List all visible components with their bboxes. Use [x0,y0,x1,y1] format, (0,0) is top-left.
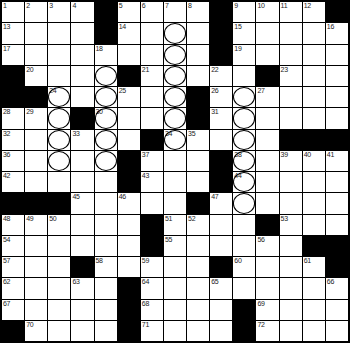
clue-number: 15 [234,23,241,31]
white-cell[interactable]: 54 [2,236,24,256]
white-cell[interactable] [71,172,93,192]
black-cell [326,257,348,277]
white-cell[interactable]: 25 [118,87,140,107]
white-cell[interactable] [95,193,117,213]
white-cell[interactable] [187,45,209,65]
white-cell[interactable] [303,108,325,128]
clue-number: 63 [72,278,79,286]
black-cell [210,23,232,43]
white-cell[interactable]: 69 [256,300,278,320]
black-cell [256,215,278,235]
circled-cell[interactable] [164,66,186,86]
white-cell[interactable]: 71 [141,321,163,341]
clue-number: 7 [165,2,169,10]
black-cell [71,108,93,128]
white-cell[interactable] [187,23,209,43]
white-cell[interactable]: 66 [326,278,348,298]
white-cell[interactable] [141,23,163,43]
white-cell[interactable] [25,130,47,150]
white-cell[interactable] [326,172,348,192]
white-cell[interactable]: 67 [2,300,24,320]
clue-number: 16 [327,23,334,31]
black-cell [141,215,163,235]
white-cell[interactable] [118,45,140,65]
white-cell[interactable] [118,257,140,277]
white-cell[interactable] [187,321,209,341]
black-cell [2,321,24,341]
white-cell[interactable] [210,130,232,150]
white-cell[interactable] [164,257,186,277]
clue-number: 71 [142,321,149,329]
clue-number: 60 [234,257,241,265]
white-cell[interactable] [326,108,348,128]
circled-cell[interactable]: 34 [164,130,186,150]
circled-cell[interactable] [164,45,186,65]
black-cell [210,151,232,171]
white-cell[interactable] [326,87,348,107]
white-cell[interactable] [187,151,209,171]
clue-number: 46 [119,193,126,201]
circle-marker [48,151,70,171]
clue-number: 26 [211,87,218,95]
black-cell [118,151,140,171]
white-cell[interactable]: 17 [2,45,24,65]
white-cell[interactable] [95,278,117,298]
white-cell[interactable]: 23 [280,66,302,86]
white-cell[interactable] [303,193,325,213]
black-cell [210,257,232,277]
circled-cell[interactable] [48,151,70,171]
white-cell[interactable] [280,236,302,256]
white-cell[interactable]: 40 [303,151,325,171]
clue-number: 1 [3,2,7,10]
white-cell[interactable]: 57 [2,257,24,277]
white-cell[interactable]: 50 [48,215,70,235]
white-cell[interactable] [280,45,302,65]
white-cell[interactable] [25,257,47,277]
white-cell[interactable]: 49 [25,215,47,235]
clue-number: 5 [119,2,123,10]
white-cell[interactable] [210,300,232,320]
white-cell[interactable]: 7 [164,2,186,22]
circled-cell[interactable] [95,151,117,171]
clue-number: 29 [26,108,33,116]
white-cell[interactable] [233,66,255,86]
clue-number: 45 [72,193,79,201]
white-cell[interactable]: 22 [210,66,232,86]
white-cell[interactable] [256,151,278,171]
clue-number: 27 [257,87,264,95]
white-cell[interactable]: 5 [118,2,140,22]
black-cell [280,130,302,150]
white-cell[interactable] [71,66,93,86]
clue-number: 50 [49,215,56,223]
white-cell[interactable] [256,257,278,277]
black-cell [118,300,140,320]
clue-number: 62 [3,278,10,286]
circle-marker [95,66,117,86]
white-cell[interactable]: 53 [280,215,302,235]
black-cell [48,193,70,213]
white-cell[interactable]: 68 [141,300,163,320]
white-cell[interactable] [164,300,186,320]
white-cell[interactable] [210,321,232,341]
circle-marker [164,23,186,43]
clue-number: 18 [96,45,103,53]
white-cell[interactable]: 9 [233,2,255,22]
black-cell [187,87,209,107]
clue-number: 13 [3,23,10,31]
white-cell[interactable] [48,236,70,256]
clue-number: 52 [188,215,195,223]
white-cell[interactable] [48,23,70,43]
white-cell[interactable]: 16 [326,23,348,43]
white-cell[interactable] [25,23,47,43]
white-cell[interactable] [71,236,93,256]
white-cell[interactable]: 15 [233,23,255,43]
clue-number: 68 [142,300,149,308]
white-cell[interactable]: 8 [187,2,209,22]
clue-number: 43 [142,172,149,180]
white-cell[interactable] [164,151,186,171]
white-cell[interactable] [187,257,209,277]
clue-number: 2 [26,2,30,10]
white-cell[interactable] [95,300,117,320]
clue-number: 30 [96,108,103,116]
white-cell[interactable]: 45 [71,193,93,213]
white-cell[interactable]: 52 [187,215,209,235]
clue-number: 54 [3,236,10,244]
white-cell[interactable] [256,45,278,65]
white-cell[interactable] [187,300,209,320]
clue-number: 34 [165,130,172,138]
black-cell [210,172,232,192]
white-cell[interactable] [95,321,117,341]
clue-number: 33 [72,130,79,138]
white-cell[interactable]: 18 [95,45,117,65]
clue-number: 72 [257,321,264,329]
circle-marker [48,130,70,150]
clue-number: 24 [49,87,56,95]
white-cell[interactable]: 35 [187,130,209,150]
white-cell[interactable]: 12 [303,2,325,22]
white-cell[interactable] [71,321,93,341]
white-cell[interactable] [164,321,186,341]
clue-number: 12 [304,2,311,10]
black-cell [2,66,24,86]
white-cell[interactable] [95,215,117,235]
clue-number: 53 [281,215,288,223]
white-cell[interactable] [25,45,47,65]
white-cell[interactable] [280,278,302,298]
white-cell[interactable] [303,23,325,43]
white-cell[interactable] [233,236,255,256]
clue-number: 55 [165,236,172,244]
clue-number: 14 [119,23,126,31]
black-cell [326,130,348,150]
black-cell [141,236,163,256]
white-cell[interactable] [210,215,232,235]
white-cell[interactable] [187,66,209,86]
black-cell [210,45,232,65]
white-cell[interactable] [326,300,348,320]
white-cell[interactable]: 11 [280,2,302,22]
clue-number: 28 [3,108,10,116]
white-cell[interactable] [48,300,70,320]
white-cell[interactable]: 3 [48,2,70,22]
circled-cell[interactable] [164,87,186,107]
black-cell [118,172,140,192]
black-cell [95,2,117,22]
white-cell[interactable]: 28 [2,108,24,128]
white-cell[interactable]: 47 [210,193,232,213]
white-cell[interactable] [48,172,70,192]
white-cell[interactable]: 60 [233,257,255,277]
white-cell[interactable] [164,278,186,298]
white-cell[interactable]: 63 [71,278,93,298]
circled-cell[interactable] [95,87,117,107]
white-cell[interactable] [48,66,70,86]
white-cell[interactable] [280,23,302,43]
white-cell[interactable] [71,23,93,43]
white-cell[interactable] [164,172,186,192]
white-cell[interactable] [280,193,302,213]
white-cell[interactable] [187,278,209,298]
white-cell[interactable]: 20 [25,66,47,86]
circle-marker [48,108,70,128]
white-cell[interactable]: 46 [118,193,140,213]
white-cell[interactable] [118,215,140,235]
white-cell[interactable] [303,215,325,235]
white-cell[interactable]: 62 [2,278,24,298]
white-cell[interactable] [95,172,117,192]
white-cell[interactable] [141,87,163,107]
white-cell[interactable]: 37 [141,151,163,171]
circled-cell[interactable] [95,66,117,86]
white-cell[interactable]: 43 [141,172,163,192]
white-cell[interactable]: 72 [256,321,278,341]
circled-cell[interactable]: 44 [233,172,255,192]
clue-number: 40 [304,151,311,159]
white-cell[interactable]: 2 [25,2,47,22]
white-cell[interactable] [303,300,325,320]
clue-number: 42 [3,172,10,180]
circled-cell[interactable] [233,87,255,107]
white-cell[interactable] [280,257,302,277]
white-cell[interactable] [25,300,47,320]
white-cell[interactable]: 27 [256,87,278,107]
white-cell[interactable] [71,45,93,65]
circle-marker [95,87,117,107]
clue-number: 51 [165,215,172,223]
clue-number: 70 [26,321,33,329]
circle-marker [233,130,255,150]
white-cell[interactable] [280,321,302,341]
white-cell[interactable] [71,215,93,235]
white-cell[interactable] [326,215,348,235]
white-cell[interactable]: 58 [95,257,117,277]
white-cell[interactable] [280,172,302,192]
white-cell[interactable] [326,45,348,65]
clue-number: 36 [3,151,10,159]
white-cell[interactable] [256,172,278,192]
white-cell[interactable] [187,172,209,192]
black-cell [326,236,348,256]
white-cell[interactable] [71,151,93,171]
black-cell [141,130,163,150]
black-cell [303,130,325,150]
white-cell[interactable]: 56 [256,236,278,256]
white-cell[interactable] [25,236,47,256]
white-cell[interactable] [256,130,278,150]
white-cell[interactable]: 19 [233,45,255,65]
white-cell[interactable] [303,321,325,341]
white-cell[interactable]: 31 [210,108,232,128]
white-cell[interactable]: 51 [164,215,186,235]
white-cell[interactable]: 32 [2,130,24,150]
white-cell[interactable]: 29 [25,108,47,128]
clue-number: 19 [234,45,241,53]
white-cell[interactable]: 36 [2,151,24,171]
white-cell[interactable]: 6 [141,2,163,22]
white-cell[interactable]: 4 [71,2,93,22]
white-cell[interactable] [71,87,93,107]
circled-cell[interactable] [164,23,186,43]
white-cell[interactable]: 13 [2,23,24,43]
clue-number: 56 [257,236,264,244]
white-cell[interactable] [118,108,140,128]
white-cell[interactable] [95,236,117,256]
white-cell[interactable] [48,278,70,298]
white-cell[interactable] [256,193,278,213]
black-cell [326,2,348,22]
white-cell[interactable] [233,278,255,298]
white-cell[interactable] [25,151,47,171]
white-cell[interactable]: 10 [256,2,278,22]
crossword-grid: 1234567891011121314151617181920212223242… [0,0,350,343]
white-cell[interactable] [280,300,302,320]
white-cell[interactable]: 26 [210,87,232,107]
circle-marker [164,87,186,107]
white-cell[interactable]: 65 [210,278,232,298]
circled-cell[interactable] [95,130,117,150]
circle-marker [233,87,255,107]
white-cell[interactable] [141,193,163,213]
white-cell[interactable] [303,172,325,192]
white-cell[interactable] [256,108,278,128]
clue-number: 57 [3,257,10,265]
white-cell[interactable] [48,321,70,341]
circled-cell[interactable] [233,108,255,128]
white-cell[interactable] [280,108,302,128]
clue-number: 44 [234,172,241,180]
circled-cell[interactable]: 30 [95,108,117,128]
white-cell[interactable] [326,66,348,86]
white-cell[interactable]: 41 [326,151,348,171]
white-cell[interactable]: 61 [303,257,325,277]
black-cell [118,66,140,86]
white-cell[interactable]: 39 [280,151,302,171]
clue-number: 22 [211,66,218,74]
white-cell[interactable] [25,172,47,192]
white-cell[interactable]: 33 [71,130,93,150]
white-cell[interactable]: 14 [118,23,140,43]
white-cell[interactable] [303,87,325,107]
clue-number: 35 [188,130,195,138]
circle-marker [95,151,117,171]
circle-marker [95,130,117,150]
black-cell [71,257,93,277]
white-cell[interactable] [187,236,209,256]
circled-cell[interactable] [233,130,255,150]
white-cell[interactable]: 1 [2,2,24,22]
clue-number: 38 [234,151,241,159]
white-cell[interactable] [48,257,70,277]
clue-number: 48 [3,215,10,223]
clue-number: 67 [3,300,10,308]
white-cell[interactable] [256,278,278,298]
white-cell[interactable] [326,321,348,341]
clue-number: 32 [3,130,10,138]
circled-cell[interactable] [48,108,70,128]
white-cell[interactable] [280,87,302,107]
clue-number: 31 [211,108,218,116]
black-cell [118,321,140,341]
circle-marker [164,45,186,65]
white-cell[interactable] [71,300,93,320]
clue-number: 61 [304,257,311,265]
white-cell[interactable]: 70 [25,321,47,341]
circled-cell[interactable]: 38 [233,151,255,171]
white-cell[interactable] [210,236,232,256]
black-cell [303,236,325,256]
clue-number: 58 [96,257,103,265]
white-cell[interactable] [118,236,140,256]
clue-number: 11 [281,2,288,10]
white-cell[interactable]: 64 [141,278,163,298]
white-cell[interactable] [141,108,163,128]
white-cell[interactable]: 55 [164,236,186,256]
white-cell[interactable] [48,45,70,65]
clue-number: 47 [211,193,218,201]
white-cell[interactable] [233,215,255,235]
circled-cell[interactable] [164,108,186,128]
white-cell[interactable] [303,278,325,298]
white-cell[interactable] [164,193,186,213]
white-cell[interactable] [303,45,325,65]
clue-number: 10 [257,2,264,10]
white-cell[interactable] [326,193,348,213]
white-cell[interactable] [303,66,325,86]
white-cell[interactable] [141,45,163,65]
white-cell[interactable]: 59 [141,257,163,277]
white-cell[interactable]: 42 [2,172,24,192]
white-cell[interactable]: 48 [2,215,24,235]
circled-cell[interactable] [48,130,70,150]
circled-cell[interactable]: 24 [48,87,70,107]
circled-cell[interactable] [233,193,255,213]
clue-number: 3 [49,2,53,10]
white-cell[interactable] [118,130,140,150]
clue-number: 23 [281,66,288,74]
white-cell[interactable] [25,278,47,298]
black-cell [25,193,47,213]
clue-number: 17 [3,45,10,53]
white-cell[interactable]: 21 [141,66,163,86]
white-cell[interactable] [256,23,278,43]
clue-number: 8 [188,2,192,10]
clue-number: 9 [234,2,238,10]
